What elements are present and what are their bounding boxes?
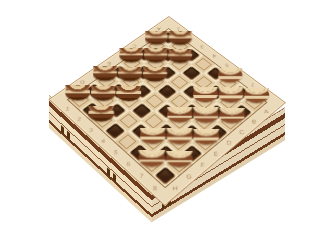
piece-top-face [140,118,166,135]
piece-top-face [193,119,219,136]
piece-top-face [138,140,165,157]
joint-slot [61,125,64,135]
light-piece-A8[interactable] [244,87,269,112]
piece-top-face [244,78,269,94]
piece-top-face [91,76,116,92]
piece-top-face [88,96,114,112]
wheel-checker [116,85,141,110]
piece-top-face [167,97,193,113]
wheel-checker [244,87,269,112]
light-piece-E8[interactable] [193,128,219,154]
light-piece-C8[interactable] [219,107,245,133]
dark-piece-H1[interactable] [65,85,90,110]
wheel-checker [193,128,219,154]
product-photo-stage: 12345678 12345678 ABCDEFGH ABCDEFGH [0,0,310,228]
board-scene: 12345678 12345678 ABCDEFGH ABCDEFGH [83,17,251,185]
dark-piece-F3[interactable] [116,85,141,110]
piece-top-face [116,76,141,92]
wheel-checker [88,105,114,131]
piece-top-face [193,98,219,114]
piece-top-face [219,98,245,114]
piece-top-face [166,118,192,135]
light-piece-H7[interactable] [138,150,165,177]
checkers-board: 12345678 12345678 ABCDEFGH ABCDEFGH [48,16,286,206]
light-piece-G8[interactable] [166,150,193,177]
wheel-checker [219,107,245,133]
piece-top-face [166,140,193,157]
piece-top-face [218,78,243,94]
piece-top-face [193,77,218,93]
piece-top-face [65,76,90,92]
joint-slot [67,131,70,141]
dark-piece-H3[interactable] [88,105,114,131]
wheel-checker [166,150,193,177]
wheel-checker [65,85,90,110]
wheel-checker [138,150,165,177]
